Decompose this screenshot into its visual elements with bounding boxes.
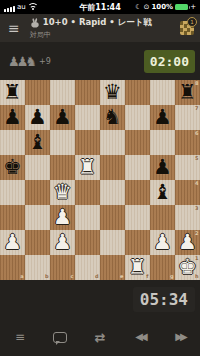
square-c8[interactable] xyxy=(50,80,75,105)
square-a6[interactable] xyxy=(0,130,25,155)
square-a3[interactable] xyxy=(0,205,25,230)
square-a1[interactable]: a xyxy=(0,255,25,280)
square-g7[interactable]: ♟ xyxy=(150,105,175,130)
square-b7[interactable]: ♟ xyxy=(25,105,50,130)
coord-rank-4: 4 xyxy=(195,181,198,186)
coord-file-f: f xyxy=(146,274,148,279)
square-h3[interactable]: 3 xyxy=(175,205,200,230)
black-pawn: ♟ xyxy=(50,105,75,130)
black-pawn: ♟ xyxy=(0,105,25,130)
square-a2[interactable]: ♟ xyxy=(0,230,25,255)
black-pawn: ♟ xyxy=(150,155,175,180)
flip-board-button[interactable]: ⇄ xyxy=(88,325,112,349)
charging-icon: + xyxy=(190,3,196,11)
square-g4[interactable]: ♝ xyxy=(150,180,175,205)
square-d6[interactable] xyxy=(75,130,100,155)
square-h8[interactable]: ♜8 xyxy=(175,80,200,105)
square-d2[interactable] xyxy=(75,230,100,255)
square-g8[interactable] xyxy=(150,80,175,105)
clock-black: 02:00 xyxy=(144,50,195,73)
player-row-top: ♟♟♞ +9 02:00 xyxy=(0,42,200,80)
material-advantage: +9 xyxy=(39,57,51,66)
square-f4[interactable] xyxy=(125,180,150,205)
square-f2[interactable] xyxy=(125,230,150,255)
square-f8[interactable] xyxy=(125,80,150,105)
coord-file-e: e xyxy=(120,274,123,279)
square-a7[interactable]: ♟ xyxy=(0,105,25,130)
black-king: ♚ xyxy=(0,155,25,180)
back-move-button[interactable]: ◀◀ xyxy=(128,325,152,349)
coord-file-d: d xyxy=(95,274,99,279)
lichess-app: au 午前11:44 ☾ ⊙ 100% + ≡ 10+0 • xyxy=(0,0,200,356)
white-queen: ♛ xyxy=(50,180,75,205)
game-toolbar: ≡ ⇄ ◀◀ ▶▶ xyxy=(0,318,200,356)
coord-rank-1: 1 xyxy=(195,256,198,261)
coord-file-b: b xyxy=(45,274,49,279)
square-c5[interactable] xyxy=(50,155,75,180)
battery-percent: 100% xyxy=(151,3,173,11)
black-pawn: ♟ xyxy=(150,105,175,130)
square-g5[interactable]: ♟ xyxy=(150,155,175,180)
square-c3[interactable]: ♟ xyxy=(50,205,75,230)
square-e2[interactable] xyxy=(100,230,125,255)
square-h4[interactable]: 4 xyxy=(175,180,200,205)
black-bishop: ♝ xyxy=(150,180,175,205)
rotation-lock-icon: ⊙ xyxy=(144,3,150,11)
square-e7[interactable]: ♞ xyxy=(100,105,125,130)
rapid-rabbit-icon xyxy=(30,18,40,28)
square-b2[interactable] xyxy=(25,230,50,255)
white-pawn: ♟ xyxy=(150,230,175,255)
white-pawn: ♟ xyxy=(50,205,75,230)
status-bar: au 午前11:44 ☾ ⊙ 100% + xyxy=(0,0,200,14)
clock-white: 05:34 xyxy=(133,287,195,312)
chat-icon xyxy=(53,332,67,343)
square-b5[interactable] xyxy=(25,155,50,180)
captured-pieces: ♟♟♞ xyxy=(8,55,34,68)
white-pawn: ♟ xyxy=(50,230,75,255)
coord-rank-3: 3 xyxy=(195,206,198,211)
moon-icon: ☾ xyxy=(135,3,141,11)
coord-rank-6: 6 xyxy=(195,131,198,136)
square-f7[interactable] xyxy=(125,105,150,130)
square-e5[interactable] xyxy=(100,155,125,180)
chat-button[interactable] xyxy=(48,325,72,349)
game-status: 対局中 xyxy=(30,30,172,40)
square-g6[interactable] xyxy=(150,130,175,155)
square-a4[interactable] xyxy=(0,180,25,205)
chess-board: ♜♛♜8♟♟♟♞♟7♝6♚♜♟5♛♝4♟3♟♟♟♟2abcde♜fg♚1h xyxy=(0,80,200,280)
square-h2[interactable]: ♟2 xyxy=(175,230,200,255)
white-rook: ♜ xyxy=(75,155,100,180)
square-e6[interactable] xyxy=(100,130,125,155)
square-b4[interactable] xyxy=(25,180,50,205)
square-e8[interactable]: ♛ xyxy=(100,80,125,105)
square-h6[interactable]: 6 xyxy=(175,130,200,155)
square-b6[interactable]: ♝ xyxy=(25,130,50,155)
black-pawn: ♟ xyxy=(25,105,50,130)
square-g3[interactable] xyxy=(150,205,175,230)
square-c7[interactable]: ♟ xyxy=(50,105,75,130)
square-d5[interactable]: ♜ xyxy=(75,155,100,180)
coord-rank-5: 5 xyxy=(195,156,198,161)
square-b1[interactable]: b xyxy=(25,255,50,280)
square-h1[interactable]: ♚1h xyxy=(175,255,200,280)
square-b8[interactable] xyxy=(25,80,50,105)
captured-pieces-tray: ♟♟♞ +9 xyxy=(0,55,144,68)
square-g2[interactable]: ♟ xyxy=(150,230,175,255)
square-f3[interactable] xyxy=(125,205,150,230)
square-c6[interactable] xyxy=(50,130,75,155)
square-c1[interactable]: c xyxy=(50,255,75,280)
square-d3[interactable] xyxy=(75,205,100,230)
square-h5[interactable]: 5 xyxy=(175,155,200,180)
coord-file-g: g xyxy=(170,274,174,279)
coord-rank-7: 7 xyxy=(195,106,198,111)
square-e4[interactable] xyxy=(100,180,125,205)
coord-file-h: h xyxy=(195,274,199,279)
hamburger-menu-button[interactable]: ≡ xyxy=(6,21,22,35)
square-a5[interactable]: ♚ xyxy=(0,155,25,180)
black-bishop: ♝ xyxy=(25,130,50,155)
battery-icon xyxy=(175,4,188,10)
square-d7[interactable] xyxy=(75,105,100,130)
black-queen: ♛ xyxy=(100,80,125,105)
square-f1[interactable]: ♜f xyxy=(125,255,150,280)
square-d1[interactable]: d xyxy=(75,255,100,280)
coord-rank-2: 2 xyxy=(195,231,198,236)
game-title: 10+0 • Rapid • レート戦 xyxy=(43,17,152,29)
notification-badge: 1 xyxy=(187,17,197,27)
square-c2[interactable]: ♟ xyxy=(50,230,75,255)
square-a8[interactable]: ♜ xyxy=(0,80,25,105)
coord-file-c: c xyxy=(71,274,74,279)
player-row-bottom: 05:34 xyxy=(0,280,200,318)
white-pawn: ♟ xyxy=(0,230,25,255)
square-h7[interactable]: 7 xyxy=(175,105,200,130)
black-knight: ♞ xyxy=(100,105,125,130)
square-d8[interactable] xyxy=(75,80,100,105)
board-menu-icon[interactable]: 1 xyxy=(180,21,194,35)
square-b3[interactable] xyxy=(25,205,50,230)
square-d4[interactable] xyxy=(75,180,100,205)
moves-menu-button[interactable]: ≡ xyxy=(8,325,32,349)
forward-move-button[interactable]: ▶▶ xyxy=(168,325,192,349)
coord-rank-8: 8 xyxy=(195,81,198,86)
square-e3[interactable] xyxy=(100,205,125,230)
square-c4[interactable]: ♛ xyxy=(50,180,75,205)
app-header: ≡ 10+0 • Rapid • レート戦 対局中 1 xyxy=(0,14,200,42)
square-e1[interactable]: e xyxy=(100,255,125,280)
square-f5[interactable] xyxy=(125,155,150,180)
square-f6[interactable] xyxy=(125,130,150,155)
black-rook: ♜ xyxy=(0,80,25,105)
coord-file-a: a xyxy=(20,274,23,279)
square-g1[interactable]: g xyxy=(150,255,175,280)
